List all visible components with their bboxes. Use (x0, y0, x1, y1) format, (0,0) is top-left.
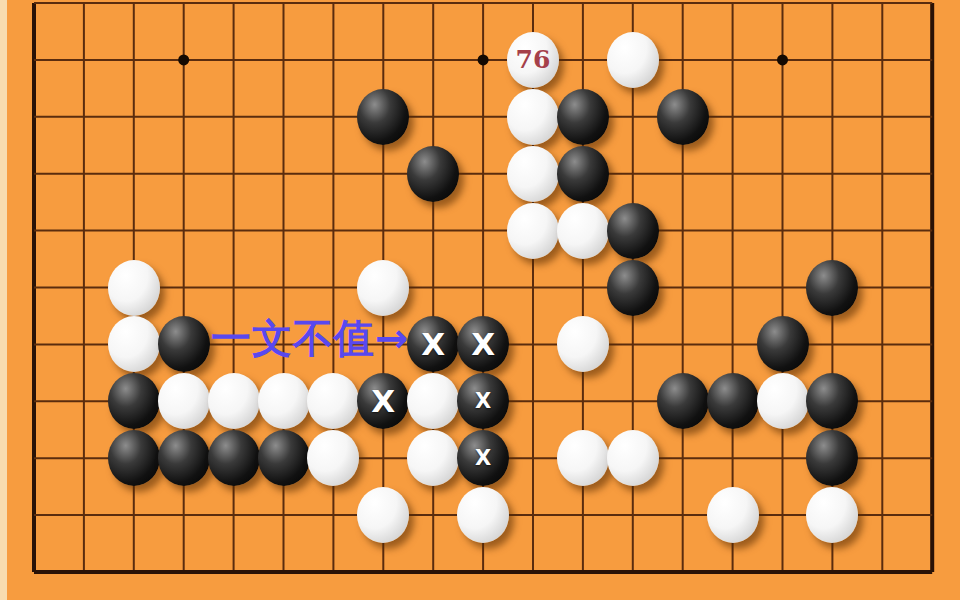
white-stone (507, 203, 559, 259)
black-stone-marked: X (407, 316, 459, 372)
white-stone (307, 430, 359, 486)
black-stone (757, 316, 809, 372)
white-stone (507, 146, 559, 202)
black-stone (806, 260, 858, 316)
black-stone (208, 430, 260, 486)
white-stone (357, 260, 409, 316)
black-stone-marked: X (457, 316, 509, 372)
black-stone (258, 430, 310, 486)
black-stone-marked: X (357, 373, 409, 429)
black-stone (407, 146, 459, 202)
white-stone (307, 373, 359, 429)
black-stone (607, 260, 659, 316)
black-stone (607, 203, 659, 259)
white-stone (707, 487, 759, 543)
white-stone (557, 203, 609, 259)
move-number-label: 76 (516, 47, 551, 72)
white-stone (158, 373, 210, 429)
x-mark: X (475, 448, 491, 469)
white-stone (407, 373, 459, 429)
go-diagram-screen: 76XXXXX 一文不值→ (0, 0, 960, 600)
black-stone (108, 430, 160, 486)
x-mark: X (421, 329, 445, 360)
white-stone (806, 487, 858, 543)
white-stone (607, 32, 659, 88)
x-mark: X (371, 386, 395, 417)
black-stone (657, 373, 709, 429)
white-stone (757, 373, 809, 429)
white-stone (407, 430, 459, 486)
x-mark: X (475, 391, 491, 412)
white-stone (357, 487, 409, 543)
black-stone (707, 373, 759, 429)
black-stone (158, 316, 210, 372)
go-board[interactable]: 76XXXXX 一文不值→ (0, 0, 960, 600)
black-stone (806, 430, 858, 486)
black-stone-marked: X (457, 373, 509, 429)
white-stone (108, 316, 160, 372)
white-stone (507, 89, 559, 145)
black-stone (557, 89, 609, 145)
white-stone (258, 373, 310, 429)
black-stone (158, 430, 210, 486)
white-stone (108, 260, 160, 316)
black-stone (557, 146, 609, 202)
stone-layer: 76XXXXX (0, 0, 960, 600)
black-stone (357, 89, 409, 145)
black-stone-marked: X (457, 430, 509, 486)
white-stone (557, 430, 609, 486)
black-stone (108, 373, 160, 429)
white-stone-move-76: 76 (507, 32, 559, 88)
black-stone (657, 89, 709, 145)
screen-edge-strip (0, 0, 7, 600)
white-stone (557, 316, 609, 372)
black-stone (806, 373, 858, 429)
x-mark: X (471, 329, 495, 360)
white-stone (208, 373, 260, 429)
annotation-text: 一文不值→ (211, 316, 410, 360)
white-stone (607, 430, 659, 486)
white-stone (457, 487, 509, 543)
